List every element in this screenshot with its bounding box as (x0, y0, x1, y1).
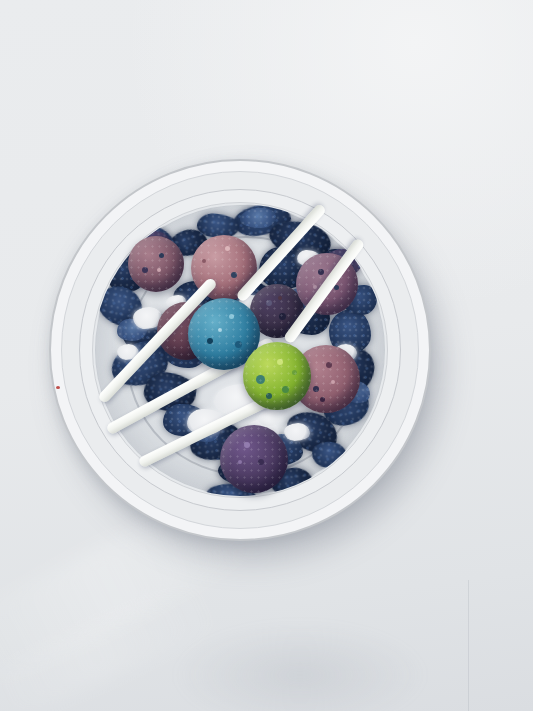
speckle (229, 314, 234, 319)
speckle (142, 267, 148, 273)
speckle (313, 285, 317, 289)
speckle (279, 313, 286, 320)
crumb-blob (240, 208, 276, 228)
cake-pop-mauve-left (128, 236, 184, 292)
speckle (278, 296, 282, 300)
speckle (225, 246, 230, 251)
speckle (256, 375, 265, 384)
speckle (258, 459, 264, 465)
speckle (266, 393, 272, 399)
speckle (266, 300, 272, 306)
speckle (207, 338, 213, 344)
speckle (320, 397, 325, 402)
cake-pop-purple-bottom (220, 425, 288, 493)
sugar-patch (284, 423, 310, 441)
speckle (331, 380, 335, 384)
speckle (277, 359, 283, 365)
speckle (231, 272, 237, 278)
speckle (313, 386, 319, 392)
speckle (218, 328, 222, 332)
speckle (202, 259, 206, 263)
speckle (292, 370, 297, 375)
background-seam-line (468, 580, 469, 711)
speckle (235, 341, 242, 348)
speckle (326, 362, 332, 368)
speckle (157, 268, 161, 272)
sugar-patch (258, 410, 282, 426)
cake-pop-lime-green (243, 342, 311, 410)
speckle (238, 460, 242, 464)
speckle (282, 386, 289, 393)
red-speck (56, 386, 60, 389)
background-shadow (120, 600, 480, 711)
speckle (159, 253, 164, 258)
speckle (318, 269, 324, 275)
photo-cake-pops (0, 0, 533, 711)
speckle (244, 442, 250, 448)
